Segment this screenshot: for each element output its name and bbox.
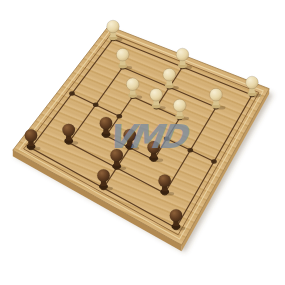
peg-head (116, 48, 129, 61)
board-hole[interactable] (69, 91, 75, 95)
game-board (0, 0, 285, 285)
peg-head (25, 129, 38, 142)
board-hole[interactable] (93, 103, 99, 107)
photo-canvas: VMD (0, 0, 285, 285)
board-surface (13, 26, 269, 245)
peg-head (163, 68, 176, 81)
board-hole[interactable] (211, 159, 217, 163)
peg-head (62, 124, 75, 137)
peg-head (173, 99, 186, 112)
peg-head (150, 89, 163, 102)
board-hole[interactable] (188, 148, 194, 152)
peg-head (170, 209, 183, 222)
peg-head (97, 169, 110, 182)
peg-head (176, 48, 189, 61)
peg-head (124, 129, 137, 142)
board-hole[interactable] (164, 137, 170, 141)
peg-head (126, 78, 139, 91)
peg-head (107, 20, 120, 33)
peg-head (210, 88, 223, 101)
board-hole[interactable] (117, 114, 123, 118)
peg-head (158, 174, 171, 187)
peg-head (100, 117, 113, 130)
peg-head (110, 149, 123, 162)
peg-head (147, 141, 160, 154)
peg-head (246, 76, 259, 89)
